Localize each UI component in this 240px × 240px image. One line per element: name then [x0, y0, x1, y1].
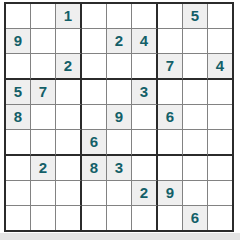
sudoku-cell-r8c2[interactable]	[31, 181, 56, 206]
sudoku-cell-r1c5[interactable]	[107, 4, 132, 29]
sudoku-cell-r5c1[interactable]: 8	[6, 105, 31, 130]
sudoku-cell-r8c7[interactable]: 9	[158, 181, 183, 206]
sudoku-cell-r5c7[interactable]: 6	[158, 105, 183, 130]
sudoku-cell-r9c6[interactable]	[132, 206, 158, 230]
sudoku-cell-r3c3[interactable]: 2	[56, 54, 82, 80]
sudoku-cell-r5c2[interactable]	[31, 105, 56, 130]
sudoku-cell-r2c6[interactable]: 4	[132, 29, 158, 54]
sudoku-cell-r1c6[interactable]	[132, 4, 158, 29]
sudoku-cell-r5c3[interactable]	[56, 105, 82, 130]
sudoku-cell-r2c3[interactable]	[56, 29, 82, 54]
sudoku-cell-r7c3[interactable]	[56, 156, 82, 181]
sudoku-cell-r9c8[interactable]: 6	[183, 206, 208, 230]
sudoku-cell-r4c2[interactable]: 7	[31, 80, 56, 105]
sudoku-cell-r2c8[interactable]	[183, 29, 208, 54]
sudoku-cell-r7c7[interactable]	[158, 156, 183, 181]
sudoku-cell-r2c7[interactable]	[158, 29, 183, 54]
sudoku-cell-r2c9[interactable]	[208, 29, 232, 54]
sudoku-cell-r3c1[interactable]	[6, 54, 31, 80]
sudoku-cell-r3c8[interactable]	[183, 54, 208, 80]
sudoku-cell-r7c6[interactable]	[132, 156, 158, 181]
sudoku-cell-r4c8[interactable]	[183, 80, 208, 105]
sudoku-cell-r9c5[interactable]	[107, 206, 132, 230]
sudoku-cell-r6c7[interactable]	[158, 130, 183, 156]
sudoku-cell-r8c4[interactable]	[82, 181, 107, 206]
sudoku-board: 159242745738966283296	[4, 2, 234, 232]
sudoku-cell-r4c6[interactable]: 3	[132, 80, 158, 105]
sudoku-cell-r5c5[interactable]: 9	[107, 105, 132, 130]
sudoku-cell-r1c2[interactable]	[31, 4, 56, 29]
sudoku-cell-r6c1[interactable]	[6, 130, 31, 156]
sudoku-cell-r6c8[interactable]	[183, 130, 208, 156]
sudoku-cell-r6c3[interactable]	[56, 130, 82, 156]
sudoku-cell-r8c8[interactable]	[183, 181, 208, 206]
sudoku-cell-r1c7[interactable]	[158, 4, 183, 29]
sudoku-cell-r2c5[interactable]: 2	[107, 29, 132, 54]
sudoku-cell-r1c8[interactable]: 5	[183, 4, 208, 29]
sudoku-cell-r6c6[interactable]	[132, 130, 158, 156]
sudoku-cell-r9c3[interactable]	[56, 206, 82, 230]
sudoku-cell-r3c5[interactable]	[107, 54, 132, 80]
sudoku-cell-r8c1[interactable]	[6, 181, 31, 206]
sudoku-cell-r9c7[interactable]	[158, 206, 183, 230]
sudoku-cell-r2c1[interactable]: 9	[6, 29, 31, 54]
sudoku-cell-r1c4[interactable]	[82, 4, 107, 29]
sudoku-cell-r3c7[interactable]: 7	[158, 54, 183, 80]
sudoku-cell-r8c6[interactable]: 2	[132, 181, 158, 206]
sudoku-cell-r2c2[interactable]	[31, 29, 56, 54]
sudoku-cell-r4c1[interactable]: 5	[6, 80, 31, 105]
sudoku-cell-r1c3[interactable]: 1	[56, 4, 82, 29]
sudoku-cell-r3c9[interactable]: 4	[208, 54, 232, 80]
sudoku-cell-r7c4[interactable]: 8	[82, 156, 107, 181]
sudoku-cell-r8c3[interactable]	[56, 181, 82, 206]
sudoku-cell-r9c4[interactable]	[82, 206, 107, 230]
sudoku-cell-r5c4[interactable]	[82, 105, 107, 130]
sudoku-cell-r3c6[interactable]	[132, 54, 158, 80]
sudoku-cell-r5c8[interactable]	[183, 105, 208, 130]
page-background-strip	[0, 233, 240, 240]
sudoku-cell-r1c9[interactable]	[208, 4, 232, 29]
sudoku-cell-r2c4[interactable]	[82, 29, 107, 54]
sudoku-cell-r4c5[interactable]	[107, 80, 132, 105]
sudoku-cell-r4c7[interactable]	[158, 80, 183, 105]
sudoku-cell-r9c1[interactable]	[6, 206, 31, 230]
sudoku-cell-r8c9[interactable]	[208, 181, 232, 206]
sudoku-cell-r7c5[interactable]: 3	[107, 156, 132, 181]
sudoku-cell-r7c2[interactable]: 2	[31, 156, 56, 181]
sudoku-cell-r3c4[interactable]	[82, 54, 107, 80]
sudoku-cell-r3c2[interactable]	[31, 54, 56, 80]
sudoku-cell-r5c6[interactable]	[132, 105, 158, 130]
sudoku-cell-r8c5[interactable]	[107, 181, 132, 206]
sudoku-cell-r5c9[interactable]	[208, 105, 232, 130]
sudoku-cell-r7c9[interactable]	[208, 156, 232, 181]
sudoku-cell-r6c4[interactable]: 6	[82, 130, 107, 156]
sudoku-cell-r6c2[interactable]	[31, 130, 56, 156]
sudoku-cell-r4c9[interactable]	[208, 80, 232, 105]
sudoku-cell-r9c9[interactable]	[208, 206, 232, 230]
sudoku-cell-r1c1[interactable]	[6, 4, 31, 29]
sudoku-cell-r4c3[interactable]	[56, 80, 82, 105]
sudoku-cell-r7c8[interactable]	[183, 156, 208, 181]
sudoku-cell-r9c2[interactable]	[31, 206, 56, 230]
sudoku-cell-r7c1[interactable]	[6, 156, 31, 181]
sudoku-cell-r6c5[interactable]	[107, 130, 132, 156]
sudoku-cell-r4c4[interactable]	[82, 80, 107, 105]
sudoku-cell-r6c9[interactable]	[208, 130, 232, 156]
